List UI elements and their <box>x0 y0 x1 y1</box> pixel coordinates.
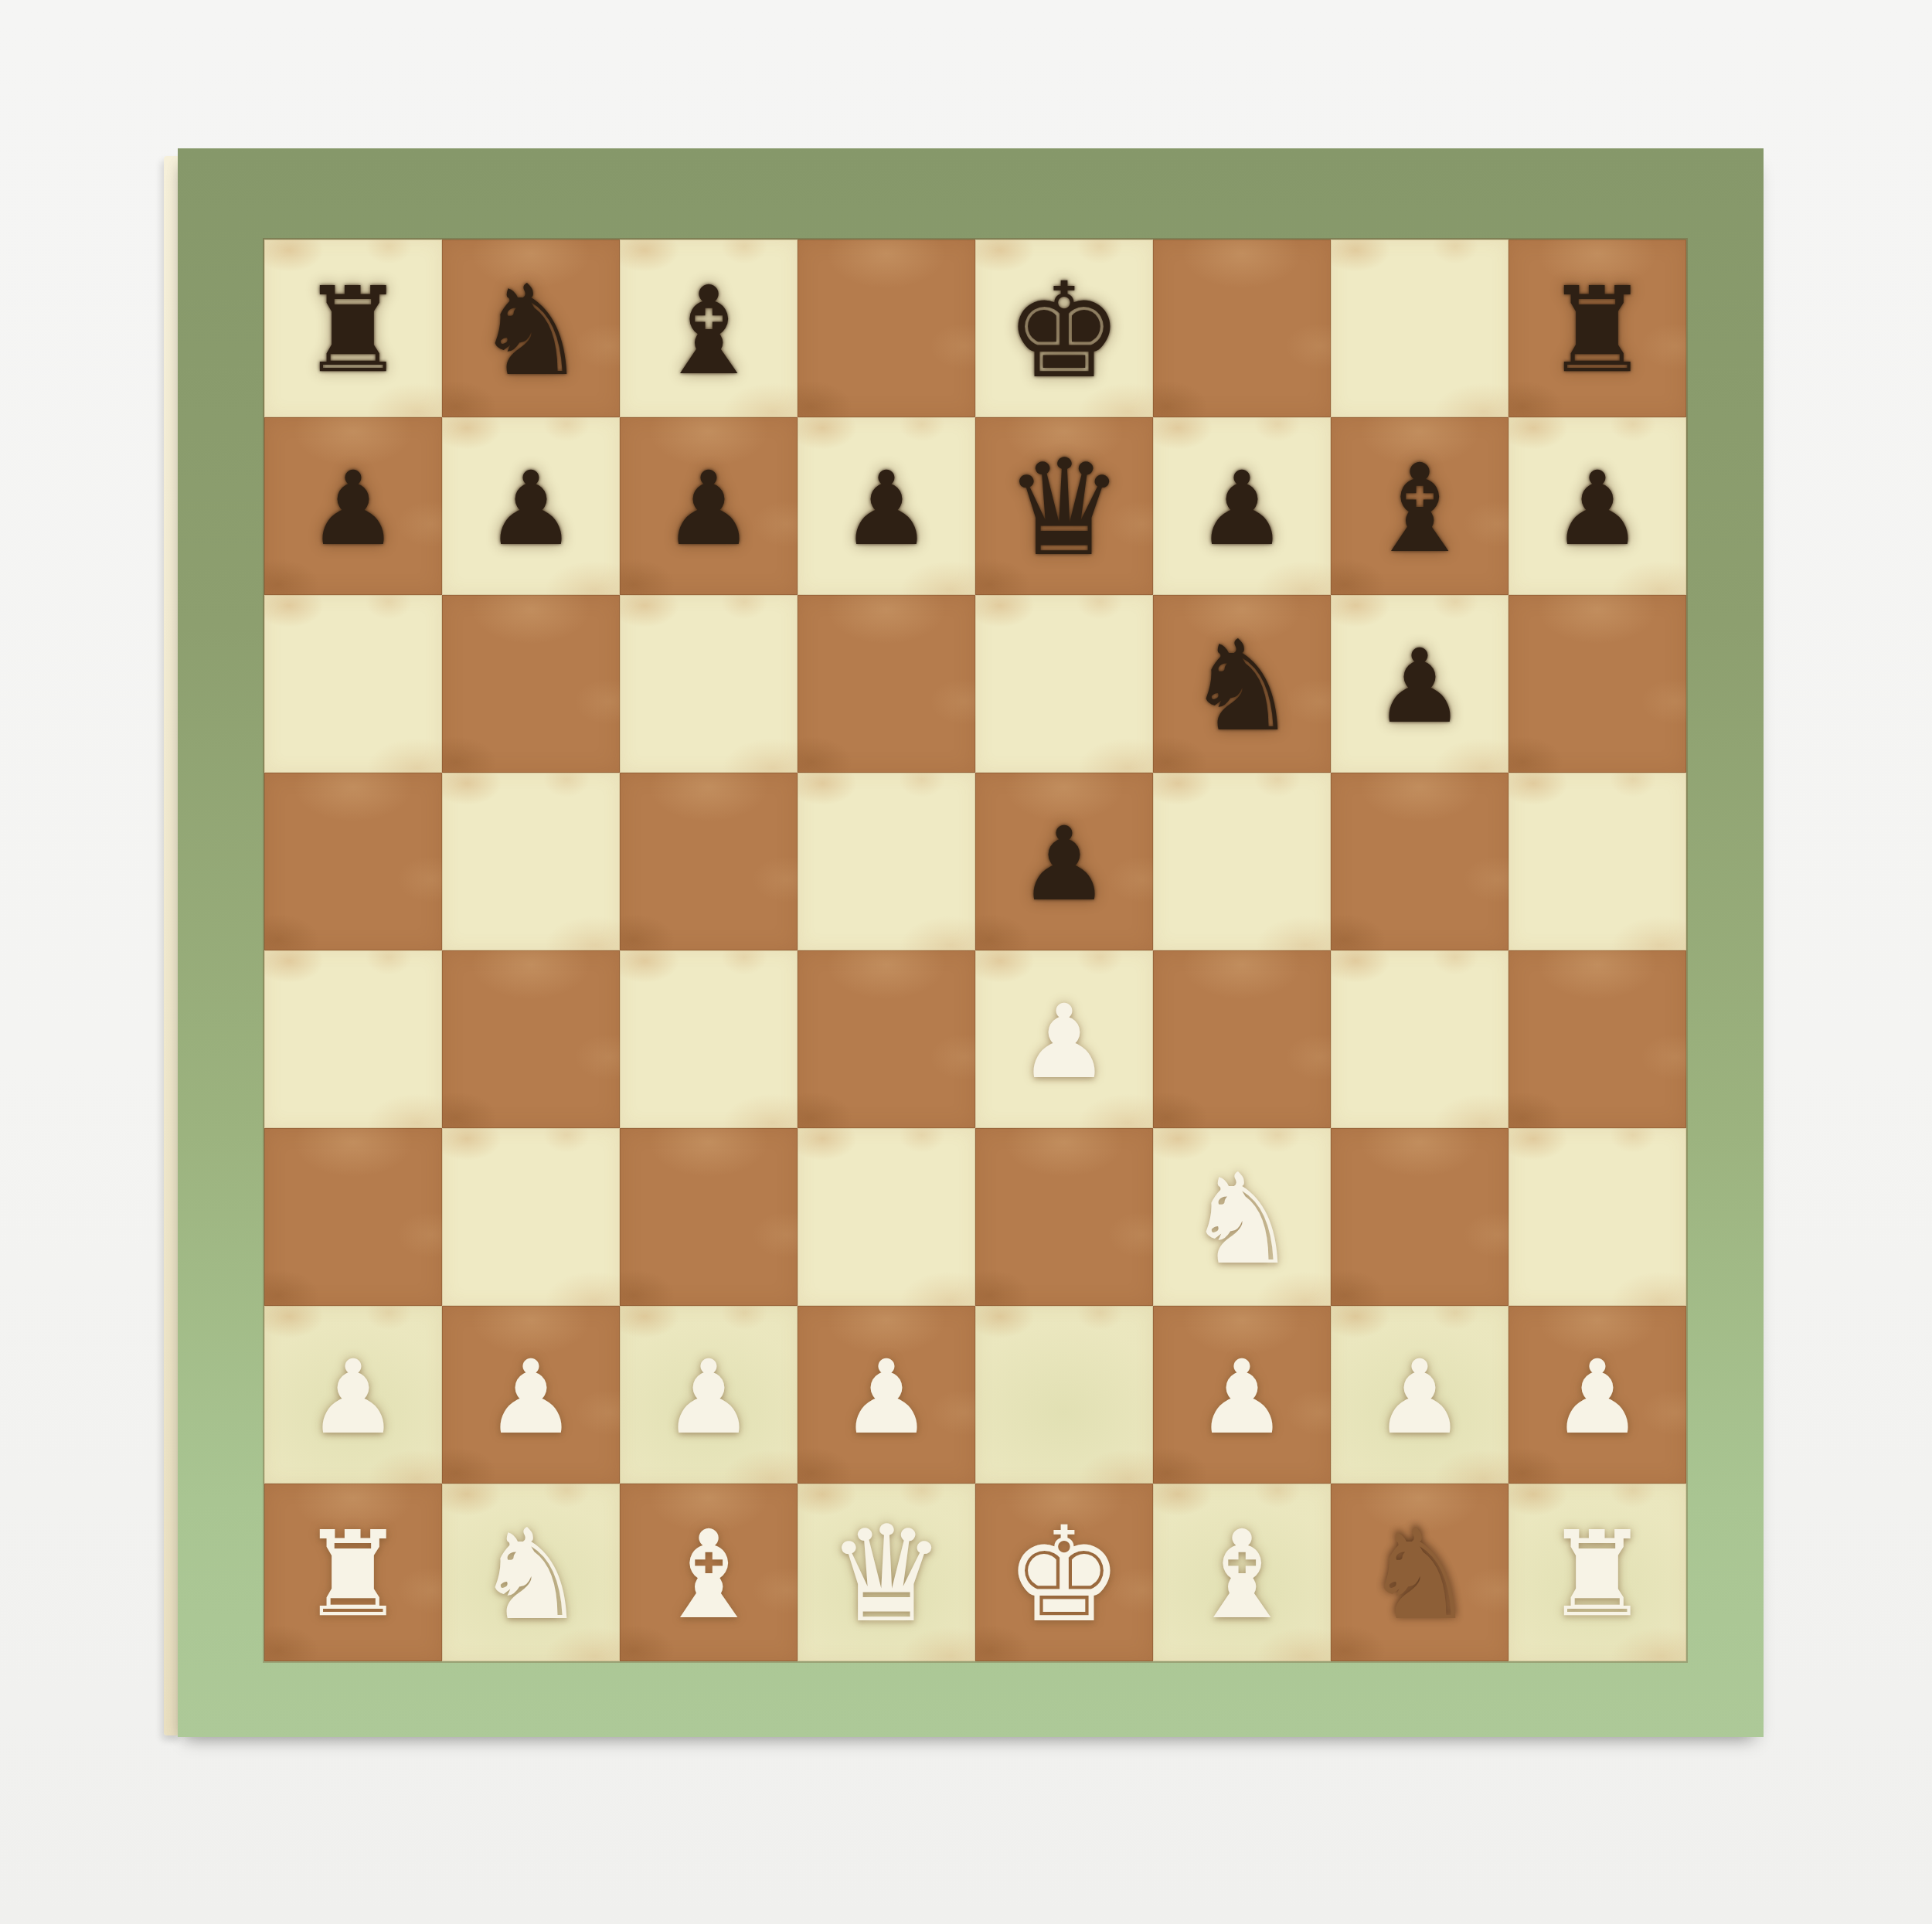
photo-of-chess-painting: ♜♞♝♚♜♟♟♟♟♛♟♝♟♞♟♟♟♞♟♟♟♟♟♟♟♜♞♝♛♚♝♞♜ <box>0 0 1932 1924</box>
square-h7: ♟ <box>1509 417 1686 595</box>
square-h5 <box>1509 773 1686 950</box>
piece-black-queen-e7: ♛ <box>1005 442 1124 575</box>
piece-black-pawn-g6: ♟ <box>1374 635 1465 737</box>
square-d8 <box>798 240 975 417</box>
piece-white-pawn-a2: ♟ <box>308 1346 399 1448</box>
square-b6 <box>442 595 620 773</box>
piece-white-pawn-c2: ♟ <box>663 1346 754 1448</box>
piece-white-bishop-f1: ♝ <box>1187 1514 1297 1636</box>
square-h4 <box>1509 950 1686 1128</box>
square-e1: ♚ <box>975 1484 1153 1661</box>
piece-black-bishop-c8: ♝ <box>654 270 764 392</box>
square-h8: ♜ <box>1509 240 1686 417</box>
piece-black-pawn-e5: ♟ <box>1019 813 1110 915</box>
piece-white-queen-d1: ♛ <box>827 1508 946 1641</box>
square-d3 <box>798 1128 975 1306</box>
square-g2: ♟ <box>1331 1306 1509 1484</box>
square-h3 <box>1509 1128 1686 1306</box>
square-g5 <box>1331 773 1509 950</box>
square-e7: ♛ <box>975 417 1153 595</box>
square-b7: ♟ <box>442 417 620 595</box>
square-e3 <box>975 1128 1153 1306</box>
piece-black-pawn-d7: ♟ <box>841 457 932 559</box>
square-f4 <box>1153 950 1331 1128</box>
square-a1: ♜ <box>264 1484 442 1661</box>
square-f5 <box>1153 773 1331 950</box>
piece-white-pawn-e4: ♟ <box>1019 991 1110 1093</box>
square-a3 <box>264 1128 442 1306</box>
square-f6: ♞ <box>1153 595 1331 773</box>
piece-black-king-e8: ♚ <box>1005 265 1123 396</box>
square-h6 <box>1509 595 1686 773</box>
square-a6 <box>264 595 442 773</box>
chess-board: ♜♞♝♚♜♟♟♟♟♛♟♝♟♞♟♟♟♞♟♟♟♟♟♟♟♜♞♝♛♚♝♞♜ <box>264 240 1686 1661</box>
piece-black-rook-h8: ♜ <box>1545 272 1650 389</box>
piece-white-rook-h1: ♜ <box>1545 1516 1650 1633</box>
piece-black-pawn-b7: ♟ <box>485 457 577 559</box>
square-a5 <box>264 773 442 950</box>
square-a2: ♟ <box>264 1306 442 1484</box>
square-e8: ♚ <box>975 240 1153 417</box>
piece-black-bishop-g7: ♝ <box>1365 447 1475 569</box>
square-h2: ♟ <box>1509 1306 1686 1484</box>
square-b2: ♟ <box>442 1306 620 1484</box>
square-c2: ♟ <box>620 1306 798 1484</box>
piece-black-knight-b8: ♞ <box>474 268 587 393</box>
square-f7: ♟ <box>1153 417 1331 595</box>
piece-white-rook-a1: ♜ <box>301 1516 406 1633</box>
piece-black-knight-f6: ♞ <box>1185 624 1298 749</box>
square-f8 <box>1153 240 1331 417</box>
square-b5 <box>442 773 620 950</box>
square-d5 <box>798 773 975 950</box>
piece-white-pawn-h2: ♟ <box>1552 1346 1643 1448</box>
square-e6 <box>975 595 1153 773</box>
square-g1: ♞ <box>1331 1484 1509 1661</box>
piece-white-pawn-b2: ♟ <box>485 1346 577 1448</box>
square-c7: ♟ <box>620 417 798 595</box>
square-c4 <box>620 950 798 1128</box>
square-a8: ♜ <box>264 240 442 417</box>
square-f2: ♟ <box>1153 1306 1331 1484</box>
piece-black-pawn-f7: ♟ <box>1196 457 1287 559</box>
square-b8: ♞ <box>442 240 620 417</box>
square-c1: ♝ <box>620 1484 798 1661</box>
piece-white-knight-b1: ♞ <box>474 1512 587 1637</box>
square-b4 <box>442 950 620 1128</box>
square-c8: ♝ <box>620 240 798 417</box>
square-g7: ♝ <box>1331 417 1509 595</box>
square-a4 <box>264 950 442 1128</box>
square-f3: ♞ <box>1153 1128 1331 1306</box>
piece-black-pawn-c7: ♟ <box>663 457 754 559</box>
square-d4 <box>798 950 975 1128</box>
square-c5 <box>620 773 798 950</box>
square-g3 <box>1331 1128 1509 1306</box>
square-d1: ♛ <box>798 1484 975 1661</box>
painting-canvas: ♜♞♝♚♜♟♟♟♟♛♟♝♟♞♟♟♟♞♟♟♟♟♟♟♟♜♞♝♛♚♝♞♜ <box>178 148 1764 1737</box>
square-a7: ♟ <box>264 417 442 595</box>
piece-white-pawn-f2: ♟ <box>1196 1346 1287 1448</box>
square-e4: ♟ <box>975 950 1153 1128</box>
square-e5: ♟ <box>975 773 1153 950</box>
piece-white-pawn-d2: ♟ <box>841 1346 932 1448</box>
square-b3 <box>442 1128 620 1306</box>
square-h1: ♜ <box>1509 1484 1686 1661</box>
piece-white-king-e1: ♚ <box>1005 1509 1123 1640</box>
square-g6: ♟ <box>1331 595 1509 773</box>
square-d7: ♟ <box>798 417 975 595</box>
square-c3 <box>620 1128 798 1306</box>
piece-black-pawn-a7: ♟ <box>308 457 399 559</box>
piece-white-knight-f3: ♞ <box>1185 1157 1298 1282</box>
square-e2 <box>975 1306 1153 1484</box>
square-g8 <box>1331 240 1509 417</box>
piece-tan-knight-g1: ♞ <box>1363 1512 1475 1637</box>
square-d2: ♟ <box>798 1306 975 1484</box>
square-d6 <box>798 595 975 773</box>
piece-white-pawn-g2: ♟ <box>1374 1346 1465 1448</box>
square-g4 <box>1331 950 1509 1128</box>
piece-white-bishop-c1: ♝ <box>654 1514 764 1636</box>
square-c6 <box>620 595 798 773</box>
square-b1: ♞ <box>442 1484 620 1661</box>
square-f1: ♝ <box>1153 1484 1331 1661</box>
piece-black-pawn-h7: ♟ <box>1552 457 1643 559</box>
piece-black-rook-a8: ♜ <box>301 272 406 389</box>
